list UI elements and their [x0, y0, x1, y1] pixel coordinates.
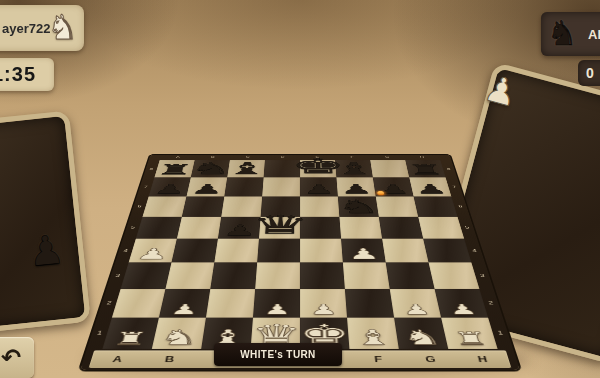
square-c4[interactable] [214, 239, 259, 263]
square-c7[interactable] [224, 178, 263, 197]
square-d5[interactable]: ♛ [259, 217, 300, 239]
captured-tray-left: ♟ [0, 110, 91, 333]
square-a6[interactable] [142, 196, 186, 216]
black-pawn-e7[interactable]: ♟ [303, 182, 336, 195]
square-h4[interactable] [423, 239, 471, 263]
black-player-name: AI [588, 27, 600, 42]
black-queen-d5[interactable]: ♛ [249, 212, 310, 238]
black-pawn-h7[interactable]: ♟ [413, 182, 449, 195]
white-bishop-f1[interactable]: ♝ [352, 327, 394, 348]
square-g6[interactable] [376, 196, 418, 216]
square-h7[interactable]: ♟ [409, 178, 451, 197]
white-pawn-b2[interactable]: ♟ [169, 302, 199, 316]
chess-board: ABCDEFGH 87654321 87654321 ♜♞♝♚♝♜♟♟♟♟♟♟♞… [80, 155, 520, 370]
white-pawn-d2[interactable]: ♟ [263, 302, 291, 316]
square-g4[interactable] [382, 239, 428, 263]
highlight-marker-g7 [377, 191, 384, 195]
square-a7[interactable]: ♟ [149, 178, 191, 197]
square-g5[interactable] [379, 217, 423, 239]
square-d4[interactable] [257, 239, 300, 263]
square-g1[interactable]: ♞ [394, 317, 448, 349]
square-c3[interactable] [210, 263, 257, 289]
black-pawn-b7[interactable]: ♟ [189, 182, 224, 195]
square-b7[interactable]: ♟ [186, 178, 227, 197]
square-c2[interactable] [206, 289, 255, 318]
bottom-file-label-b: B [142, 350, 198, 367]
white-knight-icon: ♞ [48, 10, 78, 44]
square-b5[interactable] [177, 217, 221, 239]
square-b6[interactable] [182, 196, 224, 216]
square-f2[interactable] [345, 289, 394, 318]
square-d2[interactable]: ♟ [253, 289, 300, 318]
square-f4[interactable]: ♟ [341, 239, 386, 263]
captured-black-pawn: ♟ [26, 229, 66, 273]
square-e7[interactable]: ♟ [300, 178, 338, 197]
white-player-name: ayer722 [2, 21, 50, 36]
square-h8[interactable]: ♜ [405, 160, 445, 177]
square-g3[interactable] [386, 263, 435, 289]
square-f5[interactable] [339, 217, 382, 239]
board-grid: ♜♞♝♚♝♜♟♟♟♟♟♟♞♟♛♟♟♟♟♟♟♟♜♞♝♛♚♝♞♜ [102, 160, 497, 349]
black-player-badge: ♞ AI [541, 12, 600, 56]
white-pawn-g2[interactable]: ♟ [401, 302, 431, 316]
square-f1[interactable]: ♝ [347, 317, 399, 349]
game-scene: ♟ ♟ ABCDEFGH 87654321 87654321 ♜♞♝♚♝♜♟♟♟… [0, 0, 600, 378]
square-f8[interactable]: ♝ [335, 160, 373, 177]
black-rook-h8[interactable]: ♜ [405, 162, 445, 176]
turn-indicator-label: WHITE's TURN [240, 349, 316, 360]
undo-icon: ↶ [1, 344, 21, 372]
black-timer-badge: 0 [578, 60, 600, 86]
board-perspective-wrapper: ABCDEFGH 87654321 87654321 ♜♞♝♚♝♜♟♟♟♟♟♟♞… [80, 40, 520, 370]
square-a3[interactable] [121, 263, 172, 289]
white-knight-b1[interactable]: ♞ [157, 327, 200, 348]
white-pawn-e2[interactable]: ♟ [309, 302, 337, 316]
bottom-file-label-f: F [351, 350, 405, 367]
square-b2[interactable]: ♟ [159, 289, 210, 318]
white-pawn-a4[interactable]: ♟ [134, 247, 170, 262]
black-pawn-a7[interactable]: ♟ [152, 182, 188, 195]
black-bishop-c8[interactable]: ♝ [224, 160, 268, 176]
black-bishop-f8[interactable]: ♝ [332, 160, 376, 176]
square-g2[interactable]: ♟ [390, 289, 441, 318]
square-h5[interactable] [418, 217, 464, 239]
white-pawn-h2[interactable]: ♟ [447, 302, 478, 316]
bottom-file-label-a: A [89, 350, 146, 367]
square-b4[interactable] [171, 239, 217, 263]
white-knight-g1[interactable]: ♞ [400, 327, 443, 348]
square-d3[interactable] [255, 263, 300, 289]
white-pawn-f4[interactable]: ♟ [347, 247, 381, 262]
bottom-file-label-g: G [403, 350, 459, 367]
white-player-badge: ayer722 ♞ [0, 5, 84, 51]
square-g7[interactable]: ♟ [373, 178, 414, 197]
square-h1[interactable]: ♜ [441, 317, 498, 349]
undo-button[interactable]: ↶ [0, 337, 34, 378]
square-f7[interactable]: ♟ [336, 178, 375, 197]
white-rook-h1[interactable]: ♜ [451, 330, 490, 348]
square-a5[interactable] [136, 217, 182, 239]
square-c8[interactable]: ♝ [227, 160, 265, 177]
black-knight-icon: ♞ [547, 16, 577, 50]
square-a2[interactable] [112, 289, 166, 318]
square-h3[interactable] [429, 263, 480, 289]
square-e4[interactable] [300, 239, 343, 263]
square-b3[interactable] [165, 263, 214, 289]
square-h6[interactable] [414, 196, 458, 216]
white-timer-value: 1:35 [0, 63, 36, 86]
square-h2[interactable]: ♟ [435, 289, 489, 318]
square-a1[interactable]: ♜ [102, 317, 159, 349]
turn-indicator: WHITE's TURN [214, 343, 342, 366]
white-rook-a1[interactable]: ♜ [110, 330, 149, 348]
square-d7[interactable] [262, 178, 300, 197]
square-b1[interactable]: ♞ [152, 317, 206, 349]
square-f6[interactable]: ♞ [338, 196, 379, 216]
square-f3[interactable] [343, 263, 390, 289]
black-pawn-f7[interactable]: ♟ [339, 182, 373, 195]
square-e3[interactable] [300, 263, 345, 289]
black-knight-f6[interactable]: ♞ [336, 197, 382, 215]
square-a4[interactable]: ♟ [129, 239, 177, 263]
white-timer-badge: 1:35 [0, 58, 54, 91]
square-e8[interactable]: ♚ [300, 160, 336, 177]
black-timer-value: 0 [586, 65, 594, 81]
square-e2[interactable]: ♟ [300, 289, 347, 318]
bottom-file-label-h: H [454, 350, 511, 367]
